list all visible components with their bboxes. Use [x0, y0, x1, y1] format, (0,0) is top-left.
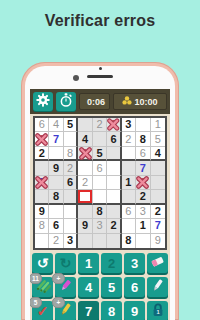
cell-r2c9[interactable]: 5: [151, 132, 165, 146]
eraser-icon: [150, 255, 165, 271]
undo-icon: ↺: [37, 256, 49, 271]
cell-r3c9[interactable]: 4: [151, 147, 165, 161]
keypad: ↺↻12311+456✓5+7891: [32, 253, 168, 320]
digit: 7: [53, 134, 59, 145]
app-screenshot: Verificar erros: [0, 0, 200, 320]
key-7[interactable]: 7: [78, 301, 99, 320]
digit: 6: [140, 148, 146, 159]
digit: 6: [110, 134, 116, 145]
digit: 6: [96, 163, 102, 174]
cell-r6c8[interactable]: 2: [136, 190, 150, 204]
cell-r6c3[interactable]: [64, 190, 78, 204]
cell-r8c9[interactable]: 7: [151, 219, 165, 233]
cell-r4c9[interactable]: [151, 161, 165, 175]
toolbar: 0:06 10:00: [30, 89, 170, 114]
crayons-button[interactable]: 11: [32, 277, 53, 297]
digit: 1: [125, 177, 131, 188]
digit: 7: [39, 177, 45, 188]
undo-button[interactable]: ↺: [32, 253, 53, 273]
cell-r9c9[interactable]: 9: [151, 234, 165, 248]
digit: 9: [82, 220, 88, 231]
cell-r3c6[interactable]: [107, 147, 121, 161]
key-5[interactable]: 5: [101, 277, 122, 297]
stopwatch-icon: [59, 93, 73, 111]
cell-r7c6[interactable]: [107, 205, 121, 219]
digit: 3: [125, 119, 131, 130]
digit: 9: [155, 235, 161, 246]
cell-r7c9[interactable]: 2: [151, 205, 165, 219]
gear-icon: [36, 93, 50, 111]
sudoku-board: 6452931174628528156492677621982986328693…: [33, 116, 167, 250]
trefoil-icon: [122, 96, 132, 107]
check-button[interactable]: ✓5: [32, 301, 53, 320]
cell-r4c3[interactable]: 2: [64, 161, 78, 175]
cell-r7c3[interactable]: [64, 205, 78, 219]
cell-r2c1[interactable]: 1: [35, 132, 49, 146]
cell-r2c5[interactable]: [93, 132, 107, 146]
cell-r3c3[interactable]: 8: [64, 147, 78, 161]
cell-r5c2[interactable]: [49, 176, 63, 190]
highlighter-button[interactable]: +: [55, 277, 76, 297]
elapsed-time: 0:06: [87, 97, 105, 107]
cell-r1c1[interactable]: 6: [35, 118, 49, 132]
cell-r2c6[interactable]: 6: [107, 132, 121, 146]
pencil-button[interactable]: +: [55, 301, 76, 320]
cell-r1c8[interactable]: [136, 118, 150, 132]
digit: 1: [155, 119, 161, 130]
cell-r6c1[interactable]: [35, 190, 49, 204]
key-3[interactable]: 3: [124, 253, 145, 273]
lock-button[interactable]: 1: [147, 301, 168, 320]
game-screen: 0:06 10:00 6452931174628528156: [30, 89, 170, 320]
digit: 8: [39, 220, 45, 231]
cell-r5c6[interactable]: [107, 176, 121, 190]
cell-r6c4[interactable]: [78, 190, 92, 204]
redo-icon: ↻: [60, 256, 72, 271]
digit: 5: [155, 134, 161, 145]
cell-r9c1[interactable]: [35, 234, 49, 248]
digit: 8: [125, 235, 131, 246]
cell-r9c7[interactable]: 8: [122, 234, 136, 248]
cell-r5c4[interactable]: 2: [78, 176, 92, 190]
cell-r4c2[interactable]: 9: [49, 161, 63, 175]
cell-r8c3[interactable]: [64, 219, 78, 233]
cell-r4c6[interactable]: [107, 161, 121, 175]
digit: 2: [140, 191, 146, 202]
cell-r6c2[interactable]: 8: [49, 190, 63, 204]
cell-r2c8[interactable]: 8: [136, 132, 150, 146]
cell-r4c8[interactable]: 7: [136, 161, 150, 175]
digit: 4: [82, 134, 88, 145]
cell-r8c8[interactable]: 1: [136, 219, 150, 233]
cell-r1c5[interactable]: 2: [93, 118, 107, 132]
digit: 7: [155, 220, 161, 231]
cell-r6c6[interactable]: [107, 190, 121, 204]
cell-r4c4[interactable]: [78, 161, 92, 175]
speaker-slit-icon: [87, 75, 113, 78]
time-limit-panel: 10:00: [113, 93, 167, 110]
cell-r1c7[interactable]: 3: [122, 118, 136, 132]
digit: 6: [125, 206, 131, 217]
front-camera-icon: [73, 75, 79, 81]
cell-r2c7[interactable]: 2: [122, 132, 136, 146]
digit: 3: [67, 235, 73, 246]
digit: 8: [140, 134, 146, 145]
cell-r7c5[interactable]: 8: [93, 205, 107, 219]
digit: 2: [110, 220, 116, 231]
cell-r8c1[interactable]: 8: [35, 219, 49, 233]
pen-button[interactable]: [147, 277, 168, 297]
cell-r4c1[interactable]: [35, 161, 49, 175]
digit: 4: [155, 148, 161, 159]
cell-r1c2[interactable]: 4: [49, 118, 63, 132]
cell-r5c8[interactable]: 9: [136, 176, 150, 190]
cell-r8c2[interactable]: 6: [49, 219, 63, 233]
digit: 4: [53, 119, 59, 130]
cell-r2c3[interactable]: [64, 132, 78, 146]
cell-r7c1[interactable]: 9: [35, 205, 49, 219]
cell-r1c4[interactable]: [78, 118, 92, 132]
phone-frame: 0:06 10:00 6452931174628528156: [21, 62, 179, 320]
count-badge: 11: [30, 273, 42, 284]
cell-r5c7[interactable]: 1: [122, 176, 136, 190]
digit: 5: [67, 119, 73, 130]
cell-r8c7[interactable]: [122, 219, 136, 233]
cell-r3c1[interactable]: 2: [35, 147, 49, 161]
digit: 6: [53, 220, 59, 231]
digit: 9: [39, 206, 45, 217]
digit: 8: [96, 206, 102, 217]
page-title: Verificar erros: [0, 12, 200, 30]
timer-button[interactable]: [56, 92, 76, 111]
digit: 8: [53, 191, 59, 202]
phone-bezel: 0:06 10:00 6452931174628528156: [25, 66, 175, 320]
digit: 6: [39, 119, 45, 130]
digit: 1: [39, 134, 45, 145]
cell-r5c5[interactable]: [93, 176, 107, 190]
digit: 2: [39, 148, 45, 159]
cell-r3c7[interactable]: [122, 147, 136, 161]
cell-r7c8[interactable]: 3: [136, 205, 150, 219]
key-6[interactable]: 6: [124, 277, 145, 297]
pen-icon: [150, 278, 165, 296]
cell-r6c5[interactable]: [93, 190, 107, 204]
cell-r7c2[interactable]: [49, 205, 63, 219]
count-badge: +: [52, 273, 65, 284]
cell-r6c7[interactable]: [122, 190, 136, 204]
digit: 1: [82, 148, 88, 159]
time-limit: 10:00: [134, 97, 157, 107]
digit: 9: [110, 119, 116, 130]
cell-r9c4[interactable]: [78, 234, 92, 248]
digit: 2: [67, 163, 73, 174]
cell-r7c4[interactable]: [78, 205, 92, 219]
digit: 2: [53, 235, 59, 246]
key-1[interactable]: 1: [78, 253, 99, 273]
digit: 2: [82, 177, 88, 188]
cell-r2c2[interactable]: 7: [49, 132, 63, 146]
lock-icon: 1: [151, 302, 165, 320]
digit: 2: [96, 119, 102, 130]
cell-r7c7[interactable]: 6: [122, 205, 136, 219]
digit: 2: [125, 134, 131, 145]
cell-r9c2[interactable]: 2: [49, 234, 63, 248]
cell-r5c3[interactable]: 6: [64, 176, 78, 190]
cell-r9c5[interactable]: [93, 234, 107, 248]
cell-r2c4[interactable]: 4: [78, 132, 92, 146]
eraser-button[interactable]: [147, 253, 168, 273]
digit: 3: [140, 206, 146, 217]
digit: 3: [96, 220, 102, 231]
elapsed-time-panel: 0:06: [79, 93, 110, 110]
key-9[interactable]: 9: [124, 301, 145, 320]
cell-r8c6[interactable]: 2: [107, 219, 121, 233]
cell-r4c7[interactable]: [122, 161, 136, 175]
sensor-dot-icon: [99, 67, 102, 70]
digit: 7: [140, 163, 146, 174]
key-2[interactable]: 2: [101, 253, 122, 273]
digit: 5: [96, 148, 102, 159]
cell-r5c9[interactable]: [151, 176, 165, 190]
cell-r9c3[interactable]: 3: [64, 234, 78, 248]
cell-r3c4[interactable]: 1: [78, 147, 92, 161]
digit: 6: [67, 177, 73, 188]
cell-r1c3[interactable]: 5: [64, 118, 78, 132]
redo-button[interactable]: ↻: [55, 253, 76, 273]
digit: 1: [140, 220, 146, 231]
cell-r8c5[interactable]: 3: [93, 219, 107, 233]
count-badge: 5: [30, 297, 42, 308]
digit: 9: [140, 177, 146, 188]
key-4[interactable]: 4: [78, 277, 99, 297]
cell-r3c8[interactable]: 6: [136, 147, 150, 161]
key-8[interactable]: 8: [101, 301, 122, 320]
cell-r8c4[interactable]: 9: [78, 219, 92, 233]
cell-r1c6[interactable]: 9: [107, 118, 121, 132]
cell-r3c5[interactable]: 5: [93, 147, 107, 161]
cell-r5c1[interactable]: 7: [35, 176, 49, 190]
digit: 2: [155, 206, 161, 217]
settings-button[interactable]: [33, 92, 53, 111]
cell-r9c6[interactable]: [107, 234, 121, 248]
digit: 9: [53, 163, 59, 174]
cell-r6c9[interactable]: [151, 190, 165, 204]
cell-r9c8[interactable]: [136, 234, 150, 248]
svg-text:1: 1: [156, 309, 159, 315]
cell-r3c2[interactable]: [49, 147, 63, 161]
cell-r4c5[interactable]: 6: [93, 161, 107, 175]
count-badge: +: [52, 297, 65, 308]
cell-r1c9[interactable]: 1: [151, 118, 165, 132]
digit: 8: [67, 148, 73, 159]
